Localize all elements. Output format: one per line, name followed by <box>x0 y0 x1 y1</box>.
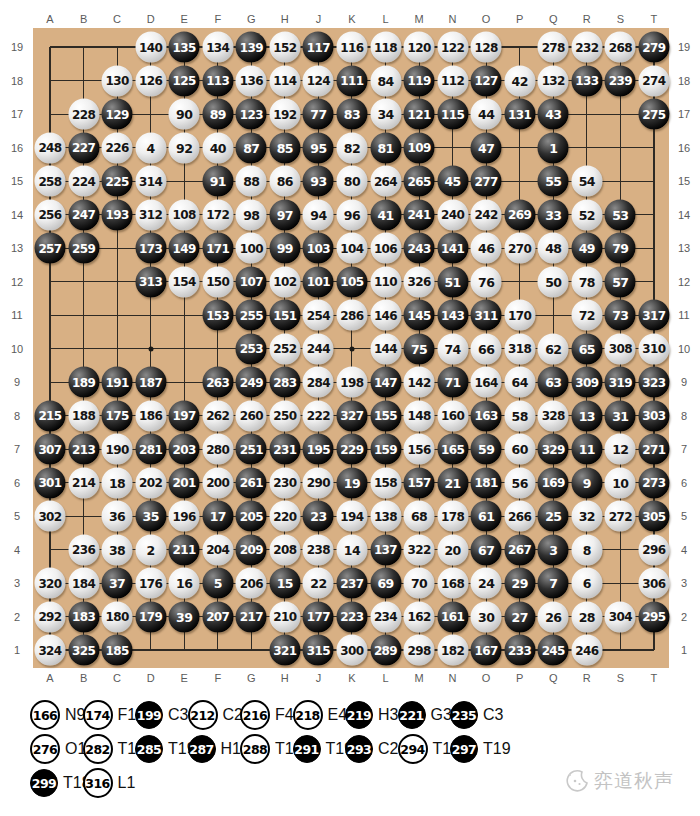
col-label-bottom-S: S <box>617 672 624 684</box>
stone-N2: 161 <box>437 601 468 632</box>
caption-move-216: 216F4 <box>240 700 293 730</box>
stone-L10: 144 <box>370 333 401 364</box>
col-label-bottom-K: K <box>348 672 355 684</box>
stone-S11: 73 <box>605 300 636 331</box>
stone-H4: 208 <box>269 534 300 565</box>
stone-Q19: 278 <box>538 32 569 63</box>
stone-F5: 17 <box>202 501 233 532</box>
stone-D6: 202 <box>135 467 166 498</box>
kifu-page: 1401351341391521171161181201221282782322… <box>0 0 700 816</box>
stone-A2: 292 <box>35 601 66 632</box>
stone-J12: 101 <box>303 266 334 297</box>
stone-A15: 258 <box>35 166 66 197</box>
stone-C15: 225 <box>102 166 133 197</box>
stone-M18: 119 <box>404 65 435 96</box>
stone-B8: 188 <box>68 400 99 431</box>
stone-O12: 76 <box>471 266 502 297</box>
caption-stone-212: 212 <box>188 700 218 730</box>
caption-stone-174: 174 <box>83 700 113 730</box>
stone-B3: 184 <box>68 568 99 599</box>
stone-H13: 99 <box>269 233 300 264</box>
col-label-top-O: O <box>482 13 491 25</box>
stone-G15: 88 <box>236 166 267 197</box>
stone-H3: 15 <box>269 568 300 599</box>
stone-J18: 124 <box>303 65 334 96</box>
stone-Q16: 1 <box>538 132 569 163</box>
row-label-right-5: 5 <box>681 510 687 522</box>
stone-R6: 9 <box>571 467 602 498</box>
row-label-left-17: 17 <box>11 108 23 120</box>
stone-L7: 159 <box>370 434 401 465</box>
stone-O2: 30 <box>471 601 502 632</box>
stone-Q10: 62 <box>538 333 569 364</box>
row-label-left-3: 3 <box>14 577 20 589</box>
stone-B14: 247 <box>68 199 99 230</box>
stone-C18: 130 <box>102 65 133 96</box>
stone-F13: 171 <box>202 233 233 264</box>
stone-Q15: 55 <box>538 166 569 197</box>
col-label-top-K: K <box>348 13 355 25</box>
stone-D14: 312 <box>135 199 166 230</box>
stone-P1: 233 <box>504 635 535 666</box>
stone-S5: 272 <box>605 501 636 532</box>
stone-L18: 84 <box>370 65 401 96</box>
stone-M12: 326 <box>404 266 435 297</box>
stone-K19: 116 <box>336 32 367 63</box>
stone-K18: 111 <box>336 65 367 96</box>
stone-N15: 45 <box>437 166 468 197</box>
stone-Q18: 132 <box>538 65 569 96</box>
caption-move-221: 221G3 <box>398 701 451 729</box>
caption-stone-291: 291 <box>293 735 321 763</box>
row-label-right-7: 7 <box>681 443 687 455</box>
stone-B4: 236 <box>68 534 99 565</box>
stone-E4: 211 <box>169 534 200 565</box>
stone-O16: 47 <box>471 132 502 163</box>
stone-F8: 262 <box>202 400 233 431</box>
stone-P9: 64 <box>504 367 535 398</box>
row-label-right-2: 2 <box>681 611 687 623</box>
col-label-top-J: J <box>316 13 322 25</box>
stone-T9: 323 <box>638 367 669 398</box>
row-label-right-18: 18 <box>678 75 690 87</box>
stone-R11: 72 <box>571 300 602 331</box>
stone-L8: 155 <box>370 400 401 431</box>
stone-J5: 23 <box>303 501 334 532</box>
stone-G4: 209 <box>236 534 267 565</box>
stone-K7: 229 <box>336 434 367 465</box>
stone-O17: 44 <box>471 99 502 130</box>
stone-S2: 304 <box>605 601 636 632</box>
stone-O14: 242 <box>471 199 502 230</box>
stone-P5: 266 <box>504 501 535 532</box>
row-label-right-8: 8 <box>681 410 687 422</box>
col-label-top-B: B <box>80 13 87 25</box>
stone-T8: 303 <box>638 400 669 431</box>
stone-L12: 110 <box>370 266 401 297</box>
stone-P7: 60 <box>504 434 535 465</box>
row-label-left-13: 13 <box>11 242 23 254</box>
caption-stone-297: 297 <box>450 735 478 763</box>
stone-C3: 37 <box>102 568 133 599</box>
stone-B16: 227 <box>68 132 99 163</box>
col-label-bottom-P: P <box>516 672 523 684</box>
col-label-bottom-E: E <box>181 672 188 684</box>
stone-R9: 309 <box>571 367 602 398</box>
stone-F7: 280 <box>202 434 233 465</box>
stone-H16: 85 <box>269 132 300 163</box>
stone-G19: 139 <box>236 32 267 63</box>
col-label-top-D: D <box>147 13 155 25</box>
col-label-bottom-B: B <box>80 672 87 684</box>
stone-G17: 123 <box>236 99 267 130</box>
stone-P3: 29 <box>504 568 535 599</box>
stone-G14: 98 <box>236 199 267 230</box>
row-label-left-12: 12 <box>11 276 23 288</box>
star-point-K10 <box>349 346 354 351</box>
stone-P8: 58 <box>504 400 535 431</box>
stone-K13: 104 <box>336 233 367 264</box>
stone-M13: 243 <box>404 233 435 264</box>
stone-K16: 82 <box>336 132 367 163</box>
stone-L5: 138 <box>370 501 401 532</box>
caption-move-282: 282T18 <box>83 734 136 764</box>
stone-N17: 115 <box>437 99 468 130</box>
stone-F6: 200 <box>202 467 233 498</box>
stone-J15: 93 <box>303 166 334 197</box>
row-label-left-4: 4 <box>14 544 20 556</box>
caption-move-235: 235C3 <box>450 701 503 729</box>
stone-A6: 301 <box>35 467 66 498</box>
stone-B13: 259 <box>68 233 99 264</box>
stone-F2: 207 <box>202 601 233 632</box>
stone-T6: 273 <box>638 467 669 498</box>
stone-E18: 125 <box>169 65 200 96</box>
stone-N14: 240 <box>437 199 468 230</box>
row-label-right-16: 16 <box>678 142 690 154</box>
stone-Q2: 26 <box>538 601 569 632</box>
caption-stone-282: 282 <box>83 734 113 764</box>
stone-M17: 121 <box>404 99 435 130</box>
stone-M9: 142 <box>404 367 435 398</box>
stone-L15: 264 <box>370 166 401 197</box>
stone-G2: 217 <box>236 601 267 632</box>
stone-B2: 183 <box>68 601 99 632</box>
stone-F9: 263 <box>202 367 233 398</box>
caption-point-199: C3 <box>168 706 188 724</box>
col-label-bottom-A: A <box>46 672 53 684</box>
stone-C14: 193 <box>102 199 133 230</box>
row-label-left-2: 2 <box>14 611 20 623</box>
stone-T17: 275 <box>638 99 669 130</box>
stone-F17: 89 <box>202 99 233 130</box>
stone-G18: 136 <box>236 65 267 96</box>
stone-Q13: 48 <box>538 233 569 264</box>
stone-Q12: 50 <box>538 266 569 297</box>
col-label-bottom-T: T <box>651 672 658 684</box>
stone-J17: 77 <box>303 99 334 130</box>
stone-N19: 122 <box>437 32 468 63</box>
stone-C7: 190 <box>102 434 133 465</box>
row-label-right-1: 1 <box>681 644 687 656</box>
caption-line-1: 166N9174F19199C3212C2216F4218E4219H3221G… <box>30 699 503 731</box>
stone-K11: 286 <box>336 300 367 331</box>
row-label-right-4: 4 <box>681 544 687 556</box>
col-label-bottom-Q: Q <box>549 672 558 684</box>
stone-O11: 311 <box>471 300 502 331</box>
stone-Q8: 328 <box>538 400 569 431</box>
stone-G13: 100 <box>236 233 267 264</box>
stone-L9: 147 <box>370 367 401 398</box>
caption-move-199: 199C3 <box>135 701 188 729</box>
stone-L4: 137 <box>370 534 401 565</box>
row-label-right-10: 10 <box>678 343 690 355</box>
stone-S7: 12 <box>605 434 636 465</box>
col-label-top-G: G <box>247 13 256 25</box>
row-label-left-7: 7 <box>14 443 20 455</box>
stone-J10: 244 <box>303 333 334 364</box>
stone-S12: 57 <box>605 266 636 297</box>
stone-N1: 182 <box>437 635 468 666</box>
stone-P4: 267 <box>504 534 535 565</box>
col-label-top-N: N <box>449 13 457 25</box>
stone-S8: 31 <box>605 400 636 431</box>
caption-move-299: 299T18 <box>30 769 83 797</box>
stone-H7: 231 <box>269 434 300 465</box>
stone-N3: 168 <box>437 568 468 599</box>
stone-T10: 310 <box>638 333 669 364</box>
stone-F19: 134 <box>202 32 233 63</box>
stone-J1: 315 <box>303 635 334 666</box>
stone-G5: 205 <box>236 501 267 532</box>
stone-R8: 13 <box>571 400 602 431</box>
stone-E16: 92 <box>169 132 200 163</box>
col-label-top-H: H <box>281 13 289 25</box>
stone-R13: 49 <box>571 233 602 264</box>
stone-K6: 19 <box>336 467 367 498</box>
stone-R3: 6 <box>571 568 602 599</box>
stone-A5: 302 <box>35 501 66 532</box>
stone-N9: 71 <box>437 367 468 398</box>
stone-B17: 228 <box>68 99 99 130</box>
col-label-top-T: T <box>651 13 658 25</box>
stone-C6: 18 <box>102 467 133 498</box>
stone-J13: 103 <box>303 233 334 264</box>
stone-L3: 69 <box>370 568 401 599</box>
stone-H10: 252 <box>269 333 300 364</box>
stone-P10: 318 <box>504 333 535 364</box>
stone-J2: 177 <box>303 601 334 632</box>
stone-T7: 271 <box>638 434 669 465</box>
caption-move-218: 218E4 <box>293 700 346 730</box>
star-point-D10 <box>148 346 153 351</box>
watermark-logo-icon <box>566 769 590 793</box>
stone-L2: 234 <box>370 601 401 632</box>
stone-O18: 127 <box>471 65 502 96</box>
stone-O13: 46 <box>471 233 502 264</box>
stone-J9: 284 <box>303 367 334 398</box>
stone-C2: 180 <box>102 601 133 632</box>
stone-D12: 313 <box>135 266 166 297</box>
stone-C8: 175 <box>102 400 133 431</box>
stone-Q5: 25 <box>538 501 569 532</box>
stone-O19: 128 <box>471 32 502 63</box>
caption-move-212: 212C2 <box>188 700 241 730</box>
col-label-top-C: C <box>113 13 121 25</box>
stone-Q7: 329 <box>538 434 569 465</box>
caption-stone-235: 235 <box>450 701 478 729</box>
stone-O8: 163 <box>471 400 502 431</box>
row-label-right-13: 13 <box>678 242 690 254</box>
stone-N18: 112 <box>437 65 468 96</box>
caption-move-219: 219H3 <box>345 701 398 729</box>
stone-O4: 67 <box>471 534 502 565</box>
stone-O5: 61 <box>471 501 502 532</box>
stone-P17: 131 <box>504 99 535 130</box>
row-label-left-11: 11 <box>11 309 22 321</box>
stone-S19: 268 <box>605 32 636 63</box>
caption-move-174: 174F19 <box>83 700 136 730</box>
col-label-bottom-J: J <box>316 672 322 684</box>
stone-O15: 277 <box>471 166 502 197</box>
caption-stone-316: 316 <box>83 768 113 798</box>
col-label-top-S: S <box>617 13 624 25</box>
stone-R15: 54 <box>571 166 602 197</box>
stone-D4: 2 <box>135 534 166 565</box>
row-label-right-11: 11 <box>678 309 689 321</box>
caption-point-216: F4 <box>275 706 294 724</box>
row-label-left-9: 9 <box>14 376 20 388</box>
stone-J7: 195 <box>303 434 334 465</box>
caption-stone-287: 287 <box>188 735 216 763</box>
stone-P18: 42 <box>504 65 535 96</box>
caption-stone-299: 299 <box>30 769 58 797</box>
stone-O6: 181 <box>471 467 502 498</box>
stone-M4: 322 <box>404 534 435 565</box>
stone-S13: 79 <box>605 233 636 264</box>
stone-H15: 86 <box>269 166 300 197</box>
stone-R12: 78 <box>571 266 602 297</box>
stone-R7: 11 <box>571 434 602 465</box>
stone-Q14: 33 <box>538 199 569 230</box>
stone-M10: 75 <box>404 333 435 364</box>
stone-C1: 185 <box>102 635 133 666</box>
stone-K3: 237 <box>336 568 367 599</box>
stone-N13: 141 <box>437 233 468 264</box>
stone-P6: 56 <box>504 467 535 498</box>
stone-E6: 201 <box>169 467 200 498</box>
stone-M3: 70 <box>404 568 435 599</box>
col-label-top-E: E <box>181 13 188 25</box>
stone-R10: 65 <box>571 333 602 364</box>
stone-R2: 28 <box>571 601 602 632</box>
row-label-left-14: 14 <box>11 209 23 221</box>
stone-T18: 274 <box>638 65 669 96</box>
stone-Q1: 245 <box>538 635 569 666</box>
stone-Q3: 7 <box>538 568 569 599</box>
caption-move-316: 316L1 <box>83 768 136 798</box>
stone-R19: 232 <box>571 32 602 63</box>
row-label-right-9: 9 <box>681 376 687 388</box>
stone-J6: 290 <box>303 467 334 498</box>
watermark-text: 弈道秋声 <box>594 768 674 794</box>
stone-G12: 107 <box>236 266 267 297</box>
stone-T3: 306 <box>638 568 669 599</box>
col-label-bottom-C: C <box>113 672 121 684</box>
col-label-top-L: L <box>382 13 388 25</box>
caption-stone-216: 216 <box>240 700 270 730</box>
col-label-bottom-N: N <box>449 672 457 684</box>
stone-T4: 296 <box>638 534 669 565</box>
stone-G16: 87 <box>236 132 267 163</box>
stone-H5: 220 <box>269 501 300 532</box>
row-label-left-5: 5 <box>14 510 20 522</box>
stone-S9: 319 <box>605 367 636 398</box>
caption-point-293: C2 <box>378 740 398 758</box>
stone-D8: 186 <box>135 400 166 431</box>
watermark: 弈道秋声 <box>566 768 674 794</box>
col-label-bottom-F: F <box>214 672 221 684</box>
stone-T2: 295 <box>638 601 669 632</box>
stone-E2: 39 <box>169 601 200 632</box>
stone-L1: 289 <box>370 635 401 666</box>
caption-move-276: 276O18 <box>30 734 83 764</box>
caption-point-219: H3 <box>378 706 398 724</box>
caption-move-288: 288T18 <box>240 734 293 764</box>
stone-J16: 95 <box>303 132 334 163</box>
stone-L16: 81 <box>370 132 401 163</box>
stone-N10: 74 <box>437 333 468 364</box>
stone-C16: 226 <box>102 132 133 163</box>
stone-E17: 90 <box>169 99 200 130</box>
stone-H17: 192 <box>269 99 300 130</box>
stone-Q6: 169 <box>538 467 569 498</box>
stone-M15: 265 <box>404 166 435 197</box>
stone-J4: 238 <box>303 534 334 565</box>
stone-O3: 24 <box>471 568 502 599</box>
stone-K17: 83 <box>336 99 367 130</box>
stone-K2: 223 <box>336 601 367 632</box>
col-label-top-P: P <box>516 13 523 25</box>
stone-D13: 173 <box>135 233 166 264</box>
stone-M7: 156 <box>404 434 435 465</box>
stone-F16: 40 <box>202 132 233 163</box>
stone-T5: 305 <box>638 501 669 532</box>
row-label-left-19: 19 <box>11 41 23 53</box>
caption-stone-288: 288 <box>240 734 270 764</box>
row-label-right-19: 19 <box>678 41 690 53</box>
caption-point-316: L1 <box>118 774 136 792</box>
caption-move-287: 287H12 <box>188 735 241 763</box>
caption-point-235: C3 <box>483 706 503 724</box>
col-label-top-Q: Q <box>549 13 558 25</box>
stone-G9: 249 <box>236 367 267 398</box>
stone-C4: 38 <box>102 534 133 565</box>
stone-F12: 150 <box>202 266 233 297</box>
stone-K9: 198 <box>336 367 367 398</box>
stone-B9: 189 <box>68 367 99 398</box>
row-label-left-15: 15 <box>11 175 23 187</box>
stone-D3: 176 <box>135 568 166 599</box>
stone-H14: 97 <box>269 199 300 230</box>
stone-L19: 118 <box>370 32 401 63</box>
stone-L13: 106 <box>370 233 401 264</box>
row-label-right-17: 17 <box>678 108 690 120</box>
stone-D16: 4 <box>135 132 166 163</box>
stone-N4: 20 <box>437 534 468 565</box>
stone-F14: 172 <box>202 199 233 230</box>
stone-P14: 269 <box>504 199 535 230</box>
